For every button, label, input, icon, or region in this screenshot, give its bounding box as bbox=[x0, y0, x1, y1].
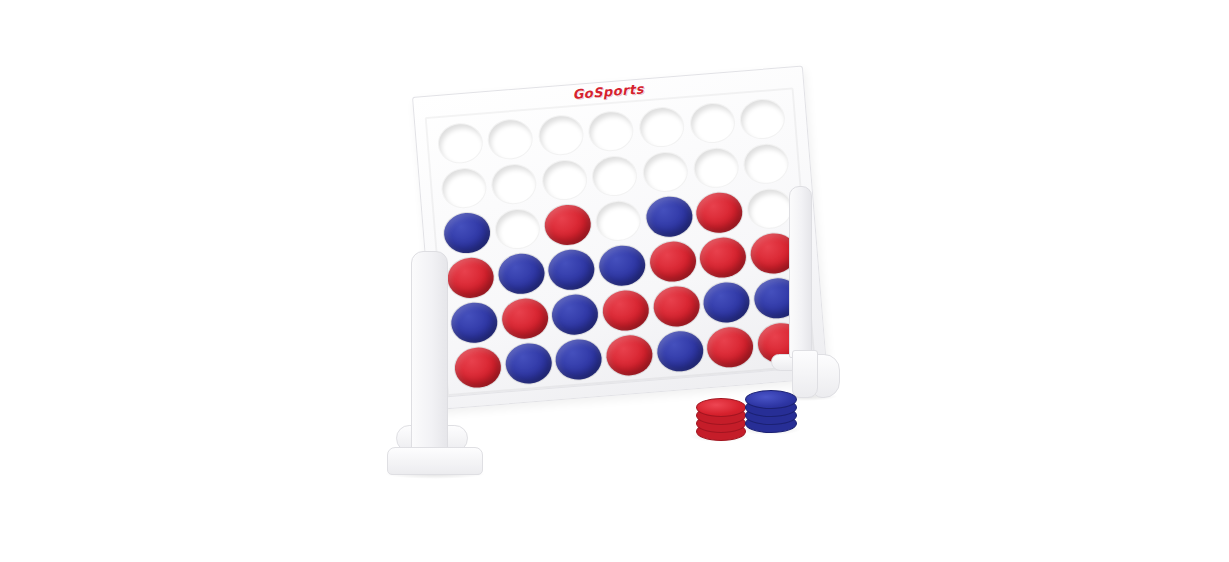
blue-disc bbox=[554, 337, 603, 381]
cell-r4c4 bbox=[595, 241, 649, 290]
blue-disc bbox=[655, 329, 704, 373]
red-disc bbox=[544, 203, 593, 247]
cell-r1c5 bbox=[635, 102, 689, 151]
cell-r4c6 bbox=[696, 233, 750, 282]
red-disc-stack bbox=[696, 398, 744, 440]
red-disc bbox=[601, 288, 650, 332]
cell-r1c3 bbox=[534, 110, 588, 159]
cell-r4c5 bbox=[646, 237, 700, 286]
cell-r5c4 bbox=[599, 286, 653, 335]
red-disc bbox=[695, 190, 744, 234]
empty-hole bbox=[537, 113, 585, 156]
cell-r4c2 bbox=[494, 249, 548, 298]
empty-hole bbox=[486, 117, 534, 160]
cell-r4c3 bbox=[545, 245, 599, 294]
cell-r1c4 bbox=[584, 106, 638, 155]
blue-disc bbox=[443, 211, 492, 255]
empty-hole bbox=[742, 142, 790, 185]
empty-hole bbox=[541, 158, 589, 201]
red-disc bbox=[698, 235, 747, 279]
empty-hole bbox=[440, 166, 488, 209]
empty-hole bbox=[595, 199, 643, 242]
cell-r2c5 bbox=[638, 147, 692, 196]
cell-r6c2 bbox=[502, 339, 556, 388]
left-foot-base bbox=[387, 447, 483, 475]
red-disc bbox=[500, 296, 549, 340]
empty-hole bbox=[641, 150, 689, 193]
cell-r1c6 bbox=[685, 98, 739, 147]
cell-r6c3 bbox=[552, 334, 606, 383]
blue-disc bbox=[497, 252, 546, 296]
blue-disc bbox=[547, 247, 596, 291]
cell-r6c5 bbox=[653, 326, 707, 375]
cell-r6c6 bbox=[703, 322, 757, 371]
empty-hole bbox=[746, 186, 794, 229]
red-stack-disc bbox=[696, 398, 746, 417]
empty-hole bbox=[688, 101, 736, 144]
stand-right-post bbox=[789, 186, 812, 358]
cell-r2c2 bbox=[487, 159, 541, 208]
cell-r6c1 bbox=[451, 343, 505, 392]
cell-r3c2 bbox=[491, 204, 545, 253]
cell-r2c1 bbox=[437, 163, 491, 212]
cell-r6c4 bbox=[602, 330, 656, 379]
blue-disc bbox=[551, 292, 600, 336]
connect-four-board: GoSports bbox=[412, 66, 828, 410]
cell-r2c4 bbox=[588, 151, 642, 200]
empty-hole bbox=[638, 105, 686, 148]
cell-r5c3 bbox=[548, 290, 602, 339]
cell-r5c5 bbox=[649, 282, 703, 331]
red-disc bbox=[648, 239, 697, 283]
empty-hole bbox=[490, 162, 538, 205]
cell-r4c1 bbox=[444, 253, 498, 302]
blue-disc bbox=[450, 300, 499, 344]
red-disc bbox=[652, 284, 701, 328]
blue-disc bbox=[598, 243, 647, 287]
cell-r2c6 bbox=[689, 143, 743, 192]
red-disc bbox=[706, 325, 755, 369]
blue-disc-stack bbox=[745, 390, 795, 432]
right-foot-pad bbox=[792, 350, 818, 398]
cell-r1c2 bbox=[484, 114, 538, 163]
red-disc bbox=[446, 256, 495, 300]
blue-disc bbox=[504, 341, 553, 385]
empty-hole bbox=[692, 146, 740, 189]
empty-hole bbox=[587, 109, 635, 152]
red-disc bbox=[454, 345, 503, 389]
red-disc bbox=[605, 333, 654, 377]
cell-r3c3 bbox=[541, 200, 595, 249]
empty-hole bbox=[494, 207, 542, 250]
cell-r5c6 bbox=[700, 277, 754, 326]
cell-r5c1 bbox=[448, 298, 502, 347]
cell-r2c7 bbox=[739, 139, 793, 188]
cell-r3c5 bbox=[642, 192, 696, 241]
stand-left-post bbox=[411, 251, 448, 455]
cell-r3c6 bbox=[692, 188, 746, 237]
empty-hole bbox=[591, 154, 639, 197]
board-grid bbox=[433, 94, 808, 392]
cell-r3c4 bbox=[592, 196, 646, 245]
cell-r2c3 bbox=[538, 155, 592, 204]
blue-disc bbox=[644, 194, 693, 238]
empty-hole bbox=[436, 121, 484, 164]
product-photo-scene: GoSports bbox=[0, 0, 1229, 562]
cell-r1c7 bbox=[736, 94, 790, 143]
cell-r3c1 bbox=[440, 208, 494, 257]
cell-r5c2 bbox=[498, 294, 552, 343]
blue-stack-disc bbox=[745, 390, 797, 409]
empty-hole bbox=[739, 97, 787, 140]
brand-logo: GoSports bbox=[572, 81, 645, 102]
cell-r1c1 bbox=[433, 118, 487, 167]
blue-disc bbox=[702, 280, 751, 324]
